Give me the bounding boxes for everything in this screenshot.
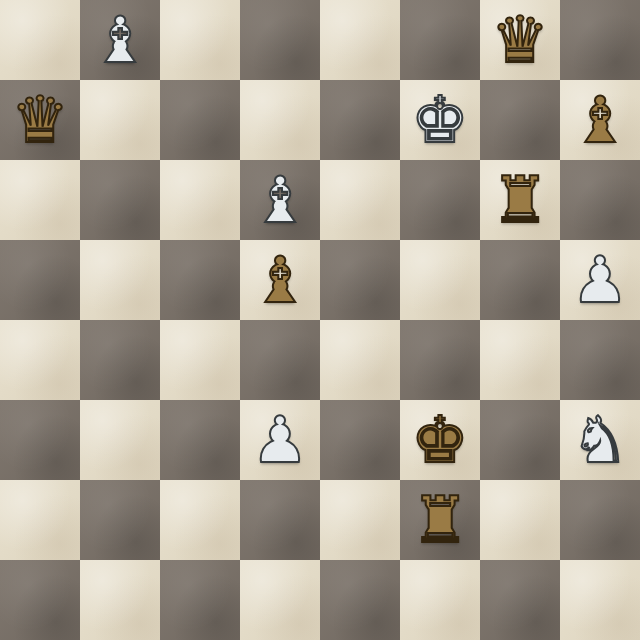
square-f8[interactable]: [400, 0, 480, 80]
square-h8[interactable]: [560, 0, 640, 80]
square-a4[interactable]: [0, 320, 80, 400]
square-g5[interactable]: [480, 240, 560, 320]
chess-board: ♝♛♛♚♝♝♜♝♟♟♚♞♜: [0, 0, 640, 640]
square-h7[interactable]: ♝: [560, 80, 640, 160]
square-g4[interactable]: [480, 320, 560, 400]
square-a5[interactable]: [0, 240, 80, 320]
square-e1[interactable]: [320, 560, 400, 640]
square-g1[interactable]: [480, 560, 560, 640]
square-a8[interactable]: [0, 0, 80, 80]
square-a7[interactable]: ♛: [0, 80, 80, 160]
square-a3[interactable]: [0, 400, 80, 480]
square-a1[interactable]: [0, 560, 80, 640]
piece-black-queen[interactable]: ♛: [0, 80, 80, 160]
square-d6[interactable]: ♝: [240, 160, 320, 240]
square-b2[interactable]: [80, 480, 160, 560]
square-g7[interactable]: [480, 80, 560, 160]
square-c4[interactable]: [160, 320, 240, 400]
piece-white-knight[interactable]: ♞: [560, 400, 640, 480]
square-e2[interactable]: [320, 480, 400, 560]
square-d5[interactable]: ♝: [240, 240, 320, 320]
square-g2[interactable]: [480, 480, 560, 560]
square-c2[interactable]: [160, 480, 240, 560]
square-g6[interactable]: ♜: [480, 160, 560, 240]
square-b5[interactable]: [80, 240, 160, 320]
square-f3[interactable]: ♚: [400, 400, 480, 480]
square-h1[interactable]: [560, 560, 640, 640]
square-f4[interactable]: [400, 320, 480, 400]
piece-black-rook[interactable]: ♜: [480, 160, 560, 240]
piece-white-bishop[interactable]: ♝: [240, 160, 320, 240]
square-c3[interactable]: [160, 400, 240, 480]
square-e6[interactable]: [320, 160, 400, 240]
chess-board-container: ♝♛♛♚♝♝♜♝♟♟♚♞♜: [0, 0, 640, 640]
square-h2[interactable]: [560, 480, 640, 560]
square-c6[interactable]: [160, 160, 240, 240]
square-h4[interactable]: [560, 320, 640, 400]
square-a2[interactable]: [0, 480, 80, 560]
square-d3[interactable]: ♟: [240, 400, 320, 480]
square-h3[interactable]: ♞: [560, 400, 640, 480]
square-f7[interactable]: ♚: [400, 80, 480, 160]
square-c7[interactable]: [160, 80, 240, 160]
piece-black-queen[interactable]: ♛: [480, 0, 560, 80]
piece-white-pawn[interactable]: ♟: [560, 240, 640, 320]
piece-black-rook[interactable]: ♜: [400, 480, 480, 560]
square-f6[interactable]: [400, 160, 480, 240]
square-e3[interactable]: [320, 400, 400, 480]
square-f2[interactable]: ♜: [400, 480, 480, 560]
square-d7[interactable]: [240, 80, 320, 160]
square-f1[interactable]: [400, 560, 480, 640]
square-e4[interactable]: [320, 320, 400, 400]
square-b7[interactable]: [80, 80, 160, 160]
square-g3[interactable]: [480, 400, 560, 480]
square-b4[interactable]: [80, 320, 160, 400]
piece-black-king[interactable]: ♚: [400, 400, 480, 480]
square-c8[interactable]: [160, 0, 240, 80]
piece-white-bishop[interactable]: ♝: [80, 0, 160, 80]
square-h5[interactable]: ♟: [560, 240, 640, 320]
square-e7[interactable]: [320, 80, 400, 160]
square-e8[interactable]: [320, 0, 400, 80]
piece-black-bishop[interactable]: ♝: [240, 240, 320, 320]
square-a6[interactable]: [0, 160, 80, 240]
square-g8[interactable]: ♛: [480, 0, 560, 80]
square-b8[interactable]: ♝: [80, 0, 160, 80]
square-f5[interactable]: [400, 240, 480, 320]
square-e5[interactable]: [320, 240, 400, 320]
square-b6[interactable]: [80, 160, 160, 240]
piece-white-king[interactable]: ♚: [400, 80, 480, 160]
piece-white-pawn[interactable]: ♟: [240, 400, 320, 480]
piece-black-bishop[interactable]: ♝: [560, 80, 640, 160]
square-d1[interactable]: [240, 560, 320, 640]
square-c1[interactable]: [160, 560, 240, 640]
square-d8[interactable]: [240, 0, 320, 80]
square-d4[interactable]: [240, 320, 320, 400]
square-b3[interactable]: [80, 400, 160, 480]
square-d2[interactable]: [240, 480, 320, 560]
square-h6[interactable]: [560, 160, 640, 240]
square-c5[interactable]: [160, 240, 240, 320]
square-b1[interactable]: [80, 560, 160, 640]
